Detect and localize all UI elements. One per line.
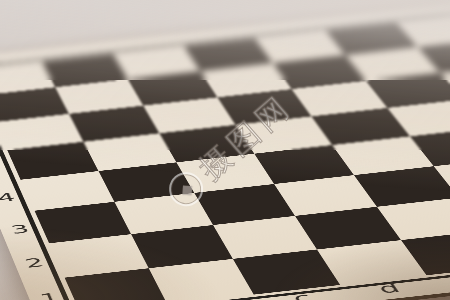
board-squares [0, 7, 450, 300]
chessboard: 12345678 abcdefgh [0, 0, 450, 300]
photo-scene: 12345678 abcdefgh ◆ 摄图网 [0, 0, 450, 300]
